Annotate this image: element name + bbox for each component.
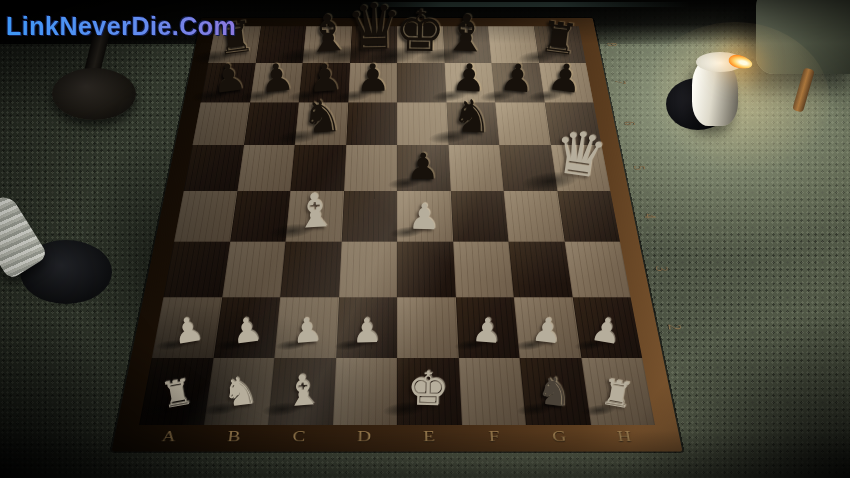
piece-white-pawn-f2[interactable]: ♟ [471, 313, 503, 348]
piece-white-rook-h1[interactable]: ♜ [598, 374, 635, 414]
piece-black-pawn-a7[interactable]: ♟ [209, 58, 248, 100]
piece-black-king-e8[interactable]: ♚ [394, 2, 446, 60]
piece-black-pawn-h7[interactable]: ♟ [546, 58, 585, 100]
piece-white-knight-b1[interactable]: ♞ [220, 371, 259, 414]
piece-white-rook-a1[interactable]: ♜ [158, 374, 195, 414]
piece-white-pawn-g2[interactable]: ♟ [530, 312, 563, 349]
piece-white-pawn-h2[interactable]: ♟ [589, 311, 624, 349]
piece-white-bishop-c4[interactable]: ♝ [293, 186, 338, 235]
piece-black-pawn-d7[interactable]: ♟ [355, 60, 390, 99]
piece-white-pawn-b2[interactable]: ♟ [231, 312, 265, 349]
piece-white-pawn-a2[interactable]: ♟ [170, 311, 205, 349]
piece-black-bishop-f8[interactable]: ♝ [442, 8, 490, 61]
piece-black-knight-f6[interactable]: ♞ [451, 94, 494, 141]
piece-white-pawn-e4[interactable]: ♟ [408, 199, 440, 235]
piece-white-pawn-d2[interactable]: ♟ [352, 313, 383, 347]
piece-black-pawn-e5[interactable]: ♟ [406, 149, 439, 186]
piece-white-bishop-c1[interactable]: ♝ [282, 368, 323, 413]
game-scene: ABCDEFGH 8765432 ♜♝♛♚♝♜♟♟♟♟♟♟♟♞♞♟♛♝♟♟♟♟♟… [0, 0, 850, 478]
piece-black-pawn-b7[interactable]: ♟ [258, 59, 296, 100]
piece-white-king-e1[interactable]: ♚ [407, 364, 450, 412]
piece-white-knight-g1[interactable]: ♞ [535, 371, 574, 414]
piece-black-pawn-g7[interactable]: ♟ [499, 59, 536, 100]
piece-white-pawn-c2[interactable]: ♟ [291, 313, 323, 348]
piece-black-knight-c6[interactable]: ♞ [300, 94, 343, 141]
piece-white-queen-h5[interactable]: ♛ [549, 122, 610, 188]
watermark: LinkNeverDie.Com [6, 12, 236, 41]
pieces-layer: ♜♝♛♚♝♜♟♟♟♟♟♟♟♞♞♟♛♝♟♟♟♟♟♟♟♟♜♞♝♚♞♜ [0, 0, 850, 478]
